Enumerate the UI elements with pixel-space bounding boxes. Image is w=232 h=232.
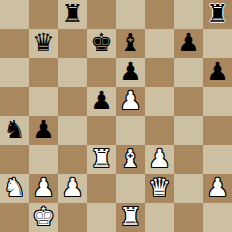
white-pawn[interactable]: ♟ [206,175,228,200]
square-g3[interactable] [174,145,203,174]
square-e6[interactable]: ♟ [116,58,145,87]
square-f4[interactable] [145,116,174,145]
square-e5[interactable]: ♟ [116,87,145,116]
black-rook[interactable]: ♜ [61,1,83,26]
black-king[interactable]: ♚ [90,30,112,55]
square-a2[interactable]: ♞ [0,174,29,203]
square-e1[interactable]: ♜ [116,203,145,232]
square-h5[interactable] [203,87,232,116]
square-b2[interactable]: ♟ [29,174,58,203]
black-pawn[interactable]: ♟ [177,30,199,55]
square-c5[interactable] [58,87,87,116]
square-d3[interactable]: ♜ [87,145,116,174]
square-f3[interactable]: ♟ [145,145,174,174]
square-h8[interactable]: ♜ [203,0,232,29]
square-d4[interactable] [87,116,116,145]
square-h7[interactable] [203,29,232,58]
black-knight[interactable]: ♞ [3,117,25,142]
white-bishop[interactable]: ♝ [119,146,141,171]
square-c6[interactable] [58,58,87,87]
square-h3[interactable] [203,145,232,174]
square-g4[interactable] [174,116,203,145]
square-d8[interactable] [87,0,116,29]
square-b3[interactable] [29,145,58,174]
square-d2[interactable] [87,174,116,203]
square-g6[interactable] [174,58,203,87]
black-pawn[interactable]: ♟ [206,59,228,84]
square-c4[interactable] [58,116,87,145]
white-pawn[interactable]: ♟ [61,175,83,200]
white-rook[interactable]: ♜ [119,204,141,229]
white-queen[interactable]: ♛ [148,175,170,200]
square-b8[interactable] [29,0,58,29]
square-g2[interactable] [174,174,203,203]
square-c1[interactable] [58,203,87,232]
square-d5[interactable]: ♟ [87,87,116,116]
square-f8[interactable] [145,0,174,29]
chess-board: ♜♜♛♚♝♟♟♟♟♟♞♟♜♝♟♞♟♟♛♟♚♜ [0,0,232,232]
square-h4[interactable] [203,116,232,145]
square-h6[interactable]: ♟ [203,58,232,87]
square-h2[interactable]: ♟ [203,174,232,203]
white-pawn[interactable]: ♟ [119,88,141,113]
square-a8[interactable] [0,0,29,29]
square-a6[interactable] [0,58,29,87]
square-a3[interactable] [0,145,29,174]
square-c3[interactable] [58,145,87,174]
black-pawn[interactable]: ♟ [90,88,112,113]
square-c2[interactable]: ♟ [58,174,87,203]
square-b1[interactable]: ♚ [29,203,58,232]
square-d1[interactable] [87,203,116,232]
square-c8[interactable]: ♜ [58,0,87,29]
square-e8[interactable] [116,0,145,29]
square-g1[interactable] [174,203,203,232]
square-h1[interactable] [203,203,232,232]
square-e3[interactable]: ♝ [116,145,145,174]
square-e7[interactable]: ♝ [116,29,145,58]
black-pawn[interactable]: ♟ [32,117,54,142]
square-g7[interactable]: ♟ [174,29,203,58]
square-e2[interactable] [116,174,145,203]
white-pawn[interactable]: ♟ [148,146,170,171]
white-king[interactable]: ♚ [32,204,54,229]
square-c7[interactable] [58,29,87,58]
square-b6[interactable] [29,58,58,87]
square-f1[interactable] [145,203,174,232]
square-g8[interactable] [174,0,203,29]
white-rook[interactable]: ♜ [90,146,112,171]
square-a1[interactable] [0,203,29,232]
square-a5[interactable] [0,87,29,116]
square-a4[interactable]: ♞ [0,116,29,145]
square-b5[interactable] [29,87,58,116]
square-f7[interactable] [145,29,174,58]
square-e4[interactable] [116,116,145,145]
square-g5[interactable] [174,87,203,116]
square-d7[interactable]: ♚ [87,29,116,58]
square-f5[interactable] [145,87,174,116]
white-pawn[interactable]: ♟ [32,175,54,200]
square-f6[interactable] [145,58,174,87]
black-pawn[interactable]: ♟ [119,59,141,84]
black-bishop[interactable]: ♝ [119,30,141,55]
square-d6[interactable] [87,58,116,87]
white-knight[interactable]: ♞ [3,175,25,200]
black-queen[interactable]: ♛ [32,30,54,55]
square-b7[interactable]: ♛ [29,29,58,58]
square-a7[interactable] [0,29,29,58]
square-f2[interactable]: ♛ [145,174,174,203]
black-rook[interactable]: ♜ [206,1,228,26]
square-b4[interactable]: ♟ [29,116,58,145]
